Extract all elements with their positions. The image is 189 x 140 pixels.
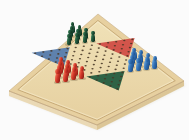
hole[interactable]: [125, 59, 127, 61]
hole[interactable]: [102, 59, 104, 61]
hole[interactable]: [122, 44, 124, 46]
hole[interactable]: [96, 52, 98, 54]
hole[interactable]: [116, 88, 118, 90]
hole[interactable]: [127, 51, 129, 53]
hole[interactable]: [72, 55, 74, 57]
hole[interactable]: [84, 65, 86, 67]
hole[interactable]: [112, 77, 114, 79]
hole[interactable]: [116, 65, 118, 67]
peg-head: [153, 56, 157, 61]
hole[interactable]: [90, 49, 92, 51]
hole[interactable]: [106, 70, 108, 72]
peg-green[interactable]: [75, 33, 80, 45]
peg-blue[interactable]: [152, 56, 157, 69]
hole[interactable]: [99, 67, 101, 69]
hole[interactable]: [66, 48, 68, 50]
hole[interactable]: [42, 51, 44, 53]
hole[interactable]: [87, 57, 89, 59]
peg-red[interactable]: [63, 68, 68, 82]
peg-head: [67, 34, 71, 39]
hole[interactable]: [75, 47, 77, 49]
hole[interactable]: [48, 58, 50, 60]
hole[interactable]: [113, 49, 115, 51]
peg-blue[interactable]: [136, 58, 141, 71]
hole[interactable]: [123, 40, 125, 42]
peg-head: [91, 31, 95, 36]
hole[interactable]: [99, 43, 101, 45]
hole[interactable]: [89, 76, 91, 78]
peg-red[interactable]: [71, 67, 76, 80]
hole[interactable]: [106, 46, 108, 48]
hole[interactable]: [104, 50, 106, 52]
peg-head: [80, 66, 84, 71]
hole[interactable]: [97, 75, 99, 77]
hole[interactable]: [98, 71, 100, 73]
hole[interactable]: [123, 68, 125, 70]
hole[interactable]: [120, 76, 122, 78]
hole[interactable]: [81, 50, 83, 52]
hole[interactable]: [50, 50, 52, 52]
hole[interactable]: [103, 82, 105, 84]
hole[interactable]: [88, 53, 90, 55]
hole[interactable]: [49, 54, 51, 56]
hole[interactable]: [94, 60, 96, 62]
hole[interactable]: [58, 49, 60, 51]
hole[interactable]: [65, 52, 67, 54]
peg-head: [72, 67, 76, 72]
hole[interactable]: [130, 43, 132, 45]
hole[interactable]: [121, 72, 123, 74]
hole[interactable]: [57, 53, 59, 55]
peg-red[interactable]: [79, 66, 84, 79]
hole[interactable]: [114, 45, 116, 47]
hole[interactable]: [95, 56, 97, 58]
hole[interactable]: [111, 53, 113, 55]
peg-green[interactable]: [91, 31, 95, 43]
hole[interactable]: [80, 54, 82, 56]
hole[interactable]: [71, 59, 73, 61]
hole[interactable]: [91, 44, 93, 46]
hole[interactable]: [93, 64, 95, 66]
hole[interactable]: [78, 62, 80, 64]
hole[interactable]: [105, 74, 107, 76]
hole[interactable]: [111, 81, 113, 83]
hole[interactable]: [96, 79, 98, 81]
peg-body: [67, 37, 72, 46]
peg-green[interactable]: [83, 32, 87, 44]
peg-head: [83, 32, 87, 37]
hole[interactable]: [73, 51, 75, 53]
hole[interactable]: [126, 55, 128, 57]
hole[interactable]: [117, 84, 119, 86]
hole[interactable]: [124, 63, 126, 65]
hole[interactable]: [34, 52, 36, 54]
hole[interactable]: [55, 61, 57, 63]
hole[interactable]: [98, 47, 100, 49]
hole[interactable]: [41, 55, 43, 57]
peg-body: [55, 73, 60, 83]
hole[interactable]: [86, 61, 88, 63]
hole[interactable]: [64, 56, 66, 58]
hole[interactable]: [79, 58, 81, 60]
peg-body: [75, 36, 80, 45]
hole[interactable]: [103, 54, 105, 56]
board-svg: [0, 0, 189, 140]
hole[interactable]: [129, 47, 131, 49]
peg-blue[interactable]: [144, 57, 149, 70]
hole[interactable]: [56, 57, 58, 59]
peg-red[interactable]: [55, 69, 60, 83]
hole[interactable]: [91, 68, 93, 70]
hole[interactable]: [83, 46, 85, 48]
hole[interactable]: [121, 48, 123, 50]
hole[interactable]: [107, 42, 109, 44]
hole[interactable]: [104, 78, 106, 80]
hole[interactable]: [115, 41, 117, 43]
peg-head: [136, 58, 140, 63]
peg-body: [63, 72, 68, 82]
peg-head: [145, 57, 149, 62]
hole[interactable]: [108, 66, 110, 68]
hole[interactable]: [114, 69, 116, 71]
hole[interactable]: [117, 60, 119, 62]
peg-blue[interactable]: [128, 59, 133, 72]
hole[interactable]: [119, 80, 121, 82]
hole[interactable]: [110, 57, 112, 59]
chinese-checkers-board-photo: [0, 0, 189, 140]
hole[interactable]: [118, 56, 120, 58]
hole[interactable]: [101, 63, 103, 65]
peg-green[interactable]: [67, 34, 72, 46]
hole[interactable]: [109, 85, 111, 87]
hole[interactable]: [119, 52, 121, 54]
hole[interactable]: [113, 73, 115, 75]
hole[interactable]: [90, 72, 92, 74]
hole[interactable]: [109, 62, 111, 64]
hole[interactable]: [131, 39, 133, 41]
peg-body: [128, 63, 133, 73]
